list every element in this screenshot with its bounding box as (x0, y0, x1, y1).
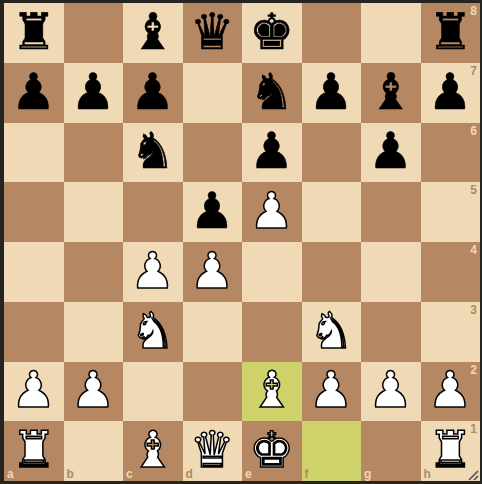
square-h8[interactable]: ♜8 (421, 3, 481, 63)
square-h6[interactable]: 6 (421, 123, 481, 183)
piece-white-bishop[interactable]: ♝ (130, 425, 175, 475)
square-b5[interactable] (64, 182, 124, 242)
piece-black-queen[interactable]: ♛ (190, 7, 235, 57)
square-d8[interactable]: ♛ (183, 3, 243, 63)
piece-black-pawn[interactable]: ♟ (428, 67, 473, 117)
square-g7[interactable]: ♝ (361, 63, 421, 123)
square-h4[interactable]: 4 (421, 242, 481, 302)
piece-black-bishop[interactable]: ♝ (368, 67, 413, 117)
piece-black-pawn[interactable]: ♟ (71, 67, 116, 117)
square-a7[interactable]: ♟ (4, 63, 64, 123)
square-c6[interactable]: ♞ (123, 123, 183, 183)
square-g3[interactable] (361, 302, 421, 362)
file-label-b: b (67, 467, 74, 481)
rank-label-5: 5 (470, 183, 477, 197)
square-e8[interactable]: ♚ (242, 3, 302, 63)
square-e1[interactable]: ♚e (242, 421, 302, 481)
square-g4[interactable] (361, 242, 421, 302)
square-c2[interactable] (123, 362, 183, 422)
square-f5[interactable] (302, 182, 362, 242)
square-b8[interactable] (64, 3, 124, 63)
square-f8[interactable] (302, 3, 362, 63)
piece-black-pawn[interactable]: ♟ (190, 186, 235, 236)
square-a6[interactable] (4, 123, 64, 183)
square-d1[interactable]: ♛d (183, 421, 243, 481)
square-d3[interactable] (183, 302, 243, 362)
piece-white-pawn[interactable]: ♟ (249, 186, 294, 236)
square-d5[interactable]: ♟ (183, 182, 243, 242)
square-e2[interactable]: ♝ (242, 362, 302, 422)
square-e7[interactable]: ♞ (242, 63, 302, 123)
board-resize-handle-icon[interactable] (466, 467, 479, 480)
square-a4[interactable] (4, 242, 64, 302)
file-label-g: g (364, 467, 371, 481)
square-f2[interactable]: ♟ (302, 362, 362, 422)
square-c7[interactable]: ♟ (123, 63, 183, 123)
piece-black-pawn[interactable]: ♟ (368, 126, 413, 176)
piece-black-pawn[interactable]: ♟ (11, 67, 56, 117)
square-a5[interactable] (4, 182, 64, 242)
square-h2[interactable]: ♟2 (421, 362, 481, 422)
piece-white-pawn[interactable]: ♟ (368, 365, 413, 415)
square-a3[interactable] (4, 302, 64, 362)
piece-black-rook[interactable]: ♜ (428, 7, 473, 57)
chess-board: ♜♝♛♚♜8♟♟♟♞♟♝♟7♞♟♟6♟♟5♟♟4♞♞3♟♟♝♟♟♟2♜ab♝c♛… (4, 3, 480, 481)
piece-white-knight[interactable]: ♞ (309, 306, 354, 356)
piece-white-pawn[interactable]: ♟ (130, 246, 175, 296)
square-f4[interactable] (302, 242, 362, 302)
square-a2[interactable]: ♟ (4, 362, 64, 422)
square-d4[interactable]: ♟ (183, 242, 243, 302)
square-f6[interactable] (302, 123, 362, 183)
piece-white-pawn[interactable]: ♟ (11, 365, 56, 415)
square-g1[interactable]: g (361, 421, 421, 481)
rank-label-6: 6 (470, 124, 477, 138)
square-a1[interactable]: ♜a (4, 421, 64, 481)
square-b4[interactable] (64, 242, 124, 302)
piece-black-pawn[interactable]: ♟ (309, 67, 354, 117)
square-h7[interactable]: ♟7 (421, 63, 481, 123)
piece-black-bishop[interactable]: ♝ (130, 7, 175, 57)
square-b7[interactable]: ♟ (64, 63, 124, 123)
square-b1[interactable]: b (64, 421, 124, 481)
square-g6[interactable]: ♟ (361, 123, 421, 183)
square-d6[interactable] (183, 123, 243, 183)
piece-black-king[interactable]: ♚ (249, 7, 294, 57)
square-c3[interactable]: ♞ (123, 302, 183, 362)
square-c5[interactable] (123, 182, 183, 242)
piece-white-queen[interactable]: ♛ (190, 425, 235, 475)
square-g5[interactable] (361, 182, 421, 242)
square-e3[interactable] (242, 302, 302, 362)
rank-label-3: 3 (470, 303, 477, 317)
rank-label-4: 4 (470, 243, 477, 257)
piece-black-knight[interactable]: ♞ (249, 67, 294, 117)
square-c8[interactable]: ♝ (123, 3, 183, 63)
square-b6[interactable] (64, 123, 124, 183)
square-g8[interactable] (361, 3, 421, 63)
piece-white-pawn[interactable]: ♟ (428, 365, 473, 415)
piece-white-rook[interactable]: ♜ (11, 425, 56, 475)
square-b3[interactable] (64, 302, 124, 362)
square-g2[interactable]: ♟ (361, 362, 421, 422)
square-h5[interactable]: 5 (421, 182, 481, 242)
piece-white-knight[interactable]: ♞ (130, 306, 175, 356)
square-d7[interactable] (183, 63, 243, 123)
square-c1[interactable]: ♝c (123, 421, 183, 481)
square-f7[interactable]: ♟ (302, 63, 362, 123)
square-d2[interactable] (183, 362, 243, 422)
square-e5[interactable]: ♟ (242, 182, 302, 242)
piece-white-king[interactable]: ♚ (249, 425, 294, 475)
square-f1[interactable]: f (302, 421, 362, 481)
piece-white-pawn[interactable]: ♟ (190, 246, 235, 296)
square-b2[interactable]: ♟ (64, 362, 124, 422)
square-e6[interactable]: ♟ (242, 123, 302, 183)
square-a8[interactable]: ♜ (4, 3, 64, 63)
piece-white-pawn[interactable]: ♟ (309, 365, 354, 415)
piece-black-knight[interactable]: ♞ (130, 126, 175, 176)
piece-white-bishop[interactable]: ♝ (249, 365, 294, 415)
piece-black-pawn[interactable]: ♟ (249, 126, 294, 176)
square-f3[interactable]: ♞ (302, 302, 362, 362)
square-h3[interactable]: 3 (421, 302, 481, 362)
square-e4[interactable] (242, 242, 302, 302)
piece-black-rook[interactable]: ♜ (11, 7, 56, 57)
square-c4[interactable]: ♟ (123, 242, 183, 302)
piece-black-pawn[interactable]: ♟ (130, 67, 175, 117)
file-label-f: f (305, 467, 309, 481)
piece-white-pawn[interactable]: ♟ (71, 365, 116, 415)
